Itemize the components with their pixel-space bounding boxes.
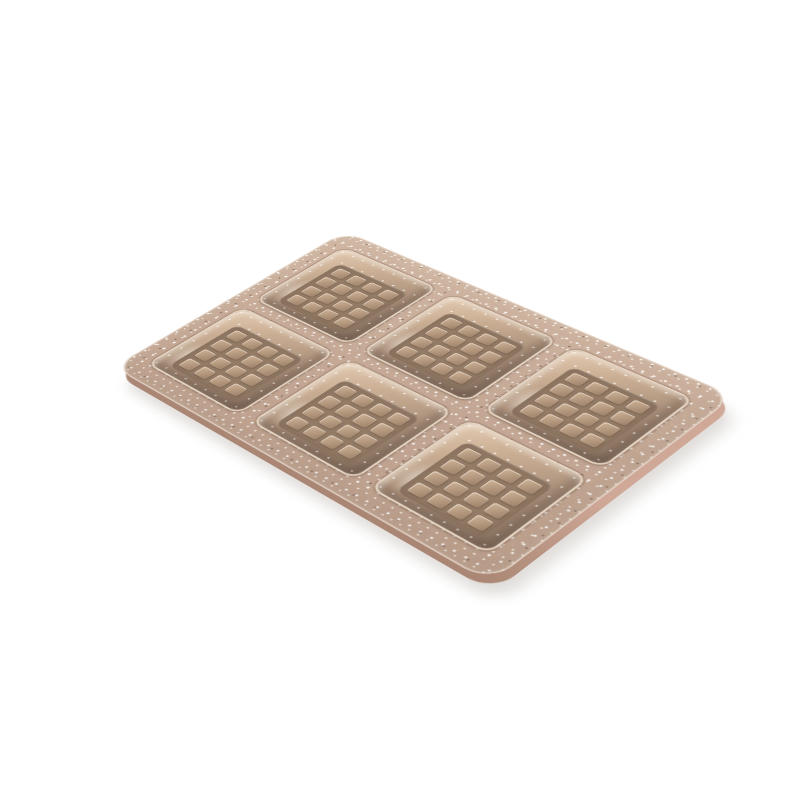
baking-pan [113,231,735,583]
waffle-cell [272,354,295,367]
waffle-cell [348,307,371,319]
waffle-cell [584,381,610,396]
waffle-cell [368,403,393,418]
waffle-cell [353,433,379,448]
waffle-cell [443,481,470,498]
waffle-cell [459,469,486,485]
waffle-cell [463,361,488,375]
waffle-cell [412,354,436,368]
waffle-cell [224,383,248,397]
waffle-cell [336,424,361,439]
waffle-cell [466,514,494,532]
waffle-cell [370,422,395,437]
waffle-cell [594,421,621,437]
waffle-floor [385,312,527,390]
waffle-cell [549,383,575,398]
waffle-cell [430,362,455,376]
product-photo [0,0,800,800]
waffle-floor [396,441,555,539]
waffle-cell [516,478,544,495]
waffle-cell [350,394,375,408]
waffle-cell [559,423,586,438]
waffle-cell [410,336,434,349]
waffle-cell [460,342,484,355]
waffle-cell [334,404,359,419]
waffle-floor [277,263,409,333]
waffle-cell [589,401,615,416]
waffle-cell [318,414,343,429]
waffle-cell [439,317,463,330]
waffle-cell [448,370,473,384]
waffle-cell [479,479,506,496]
waffle-cell [475,458,502,474]
waffle-cell [427,344,451,357]
waffle-cell [319,434,344,449]
waffle-cell [440,459,467,475]
waffle-cell [604,390,630,405]
waffle-cell [495,468,522,484]
waffle-cell [569,392,595,407]
waffle-cell [493,341,518,354]
waffle-cell [456,448,483,464]
waffle-cell [317,395,342,409]
waffle-cell [425,326,449,339]
waffle-cell [463,491,490,508]
waffle-cell [346,291,369,303]
waffle-cell [445,352,470,366]
waffle-cell [554,402,580,417]
waffle-cell [240,373,264,387]
waffle-cell [457,325,481,338]
waffle-cell [361,282,384,294]
waffle-cell [478,351,503,365]
waffle-floor [508,367,662,455]
waffle-cell [377,289,400,301]
waffle-cell [538,413,564,428]
waffle-cell [333,385,357,399]
waffle-cell [564,373,590,387]
waffle-cell [426,492,453,509]
waffle-cell [500,490,528,507]
waffle-cell [624,400,651,415]
waffle-cell [475,333,499,346]
waffle-cell [362,298,385,310]
waffle-cell [337,444,363,460]
waffle-cell [285,416,310,431]
waffle-cell [574,412,601,427]
waffle-cell [407,482,434,499]
waffle-cell [333,316,356,329]
waffle-cell [386,412,411,427]
waffle-cell [446,503,474,520]
waffle-cell [395,345,419,358]
waffle-cell [610,410,637,425]
waffle-floor [169,325,305,403]
waffle-cell [483,502,511,519]
waffle-cell [352,413,377,428]
waffle-cell [302,425,327,440]
waffle-cell [579,432,606,448]
waffle-cell [256,363,280,376]
waffle-cell [534,393,560,408]
waffle-cell [301,405,326,420]
waffle-cell [519,404,545,419]
waffle-floor [275,379,422,466]
waffle-cell [442,334,466,347]
waffle-cell [423,470,450,486]
